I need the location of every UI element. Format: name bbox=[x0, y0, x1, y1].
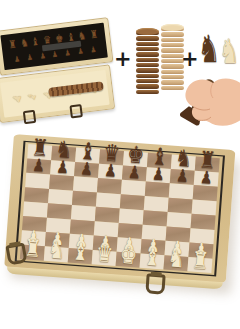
board-frame: ♜♞♝♛♚♝♞♜♟♟♟♟♟♟♟♟♟♟♟♟♟♟♟♟♜♞♝♛♚♝♞♜ bbox=[4, 134, 235, 283]
board-pinstripe-border: ♜♞♝♛♚♝♞♜♟♟♟♟♟♟♟♟♟♟♟♟♟♟♟♟♜♞♝♛♚♝♞♜ bbox=[15, 141, 225, 277]
stored-dark-king: ♚ bbox=[54, 33, 63, 45]
case-lid-felt: ♜♞♝♛♚♝♞♜ ♟♟♟♟♟♟♟ bbox=[0, 23, 107, 70]
black-knight: ♞ bbox=[174, 146, 193, 171]
black-pawn: ♟ bbox=[152, 165, 166, 183]
hand-icon bbox=[170, 70, 240, 134]
case-clasp-icon bbox=[23, 110, 36, 124]
checker-disc bbox=[136, 84, 159, 88]
stored-dark-pawn: ♟ bbox=[90, 45, 97, 54]
checker-disc bbox=[136, 74, 159, 78]
stored-dark-pawn: ♟ bbox=[52, 50, 59, 59]
white-pawn: ♟ bbox=[51, 230, 65, 248]
stored-dark-queen: ♛ bbox=[43, 35, 52, 47]
stored-dark-rook: ♜ bbox=[89, 29, 98, 41]
square-b1: ♞ bbox=[44, 246, 69, 262]
stored-light-pawn: ♟ bbox=[10, 92, 23, 104]
white-pawn: ♟ bbox=[98, 234, 112, 252]
stored-dark-knight: ♞ bbox=[19, 37, 28, 49]
extra-knight-dark-icon: ♞ bbox=[198, 30, 220, 68]
black-pawn: ♟ bbox=[175, 167, 189, 185]
black-queen: ♛ bbox=[103, 141, 122, 166]
checker-disc bbox=[136, 90, 159, 94]
stored-light-bishop: ♝ bbox=[25, 91, 38, 103]
stored-dark-pawn: ♟ bbox=[13, 55, 20, 64]
plus-sign: + bbox=[114, 49, 132, 70]
stored-dark-bishop: ♝ bbox=[31, 36, 40, 48]
white-pawn: ♟ bbox=[194, 241, 208, 259]
checker-disc bbox=[136, 42, 159, 46]
white-pawn: ♟ bbox=[146, 237, 160, 255]
case-base-tray: ♟♝♟♞♟♟ bbox=[0, 70, 109, 118]
square-f1: ♝ bbox=[140, 253, 165, 269]
square-c1: ♝ bbox=[68, 248, 93, 264]
black-knight: ♞ bbox=[55, 138, 74, 163]
board-clasp-front-icon bbox=[145, 273, 165, 294]
white-pawn: ♟ bbox=[170, 239, 184, 257]
black-bishop: ♝ bbox=[150, 145, 169, 170]
chess-storage-case: ♜♞♝♛♚♝♞♜ ♟♟♟♟♟♟♟ ♟♝♟♞♟♟ bbox=[0, 17, 121, 123]
square-e1: ♚ bbox=[116, 252, 141, 268]
stored-dark-pawn: ♟ bbox=[26, 53, 33, 62]
checker-disc bbox=[136, 47, 159, 51]
stored-dark-pawn: ♟ bbox=[77, 47, 84, 56]
chess-board: ♜♞♝♛♚♝♞♜♟♟♟♟♟♟♟♟♟♟♟♟♟♟♟♟♜♞♝♛♚♝♞♜ bbox=[4, 134, 235, 283]
checker-disc bbox=[136, 63, 159, 67]
black-bishop: ♝ bbox=[79, 139, 98, 164]
extra-knight-light-icon: ♞ bbox=[219, 34, 239, 68]
checker-disc bbox=[136, 58, 159, 62]
checker-disc bbox=[161, 38, 184, 42]
checker-disc bbox=[161, 32, 184, 36]
black-pawn: ♟ bbox=[104, 162, 118, 180]
black-pawn: ♟ bbox=[199, 169, 213, 187]
checker-disc bbox=[136, 31, 159, 35]
plus-sign: + bbox=[181, 49, 199, 70]
white-pawn: ♟ bbox=[27, 228, 41, 246]
board-grid: ♜♞♝♛♚♝♞♜♟♟♟♟♟♟♟♟♟♟♟♟♟♟♟♟♜♞♝♛♚♝♞♜ bbox=[20, 144, 220, 273]
stored-dark-pawn: ♟ bbox=[65, 49, 72, 58]
black-pawn: ♟ bbox=[32, 157, 46, 175]
square-g1: ♞ bbox=[163, 255, 188, 271]
checkers-stack-dark bbox=[136, 31, 159, 94]
case-clasp-icon bbox=[69, 104, 82, 118]
checker-disc bbox=[136, 36, 159, 40]
square-d1: ♛ bbox=[92, 250, 117, 266]
black-pawn: ♟ bbox=[56, 158, 70, 176]
stored-dark-knight: ♞ bbox=[78, 30, 87, 42]
stored-dark-bishop: ♝ bbox=[66, 32, 75, 44]
white-pawn: ♟ bbox=[122, 235, 136, 253]
checker-disc bbox=[136, 68, 159, 72]
square-h1: ♜ bbox=[187, 257, 212, 273]
white-pawn: ♟ bbox=[74, 232, 88, 250]
black-pawn: ♟ bbox=[128, 164, 142, 182]
black-rook: ♜ bbox=[31, 136, 50, 161]
chess-set-product-photo: ♜♞♝♛♚♝♞♜ ♟♟♟♟♟♟♟ ♟♝♟♞♟♟ + + ♞ ♞ bbox=[0, 0, 240, 329]
checker-disc bbox=[136, 79, 159, 83]
stored-dark-rook: ♜ bbox=[8, 39, 17, 51]
checker-disc bbox=[161, 27, 184, 31]
black-king: ♚ bbox=[126, 143, 145, 168]
checker-disc bbox=[136, 52, 159, 56]
black-rook: ♜ bbox=[198, 148, 217, 173]
hand-holding-piece bbox=[170, 70, 240, 134]
stored-dark-pawn: ♟ bbox=[39, 52, 46, 61]
black-pawn: ♟ bbox=[80, 160, 94, 178]
